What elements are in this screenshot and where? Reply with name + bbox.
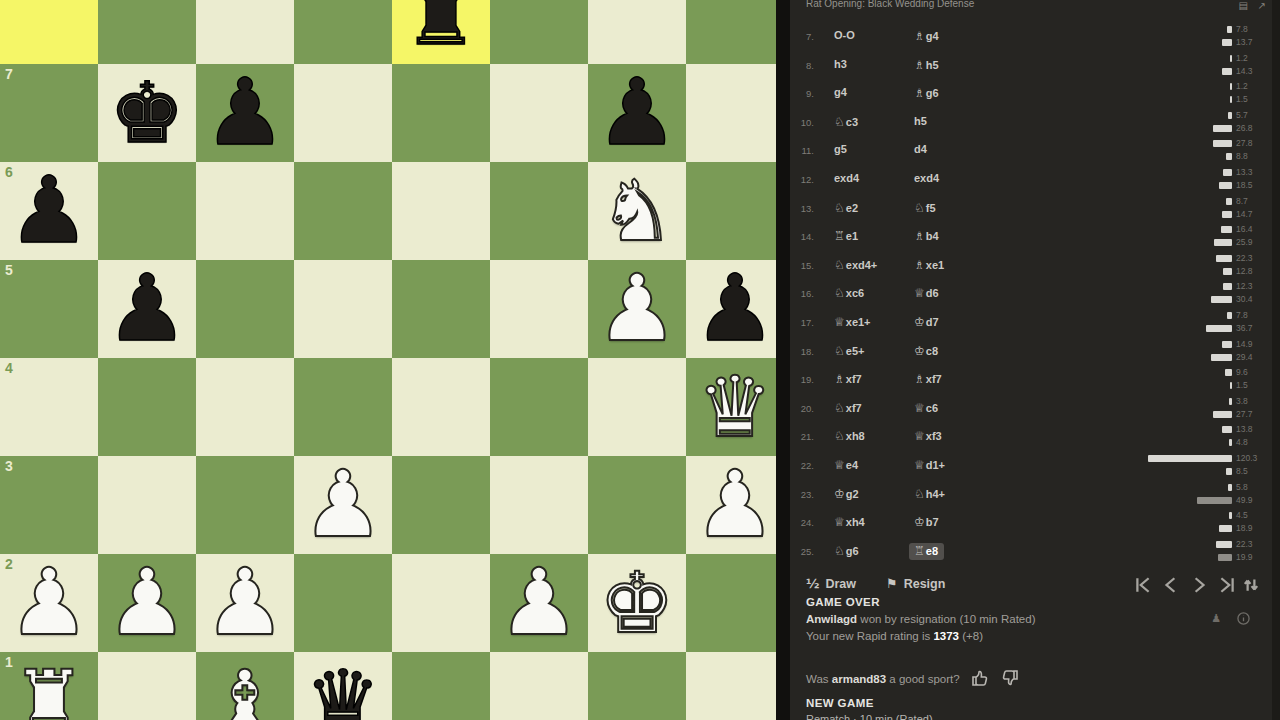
move-number: 24. bbox=[790, 517, 814, 528]
info-icon[interactable] bbox=[1237, 612, 1250, 625]
white-move[interactable]: ♕xe1+ bbox=[834, 315, 871, 329]
white-move[interactable]: ♖e1 bbox=[834, 229, 858, 243]
piece-white-bishop[interactable]: ♝ bbox=[196, 652, 294, 720]
good-sport-question: Was armand83 a good sport? bbox=[806, 673, 960, 685]
figurine-icon: ♕ bbox=[834, 515, 845, 529]
game-over-panel: GAME OVER Anwilagd won by resignation (1… bbox=[806, 596, 1256, 642]
sidebar: Rat Opening: Black Wedding Defense ▤ ↗ 7… bbox=[790, 0, 1280, 720]
square-c3[interactable] bbox=[196, 456, 294, 554]
piece-white-pawn[interactable]: ♟ bbox=[686, 456, 784, 554]
square-d5[interactable] bbox=[294, 260, 392, 358]
square-e3[interactable] bbox=[392, 456, 490, 554]
square-e1[interactable] bbox=[392, 652, 490, 720]
game-result-line: Anwilagd won by resignation (10 min Rate… bbox=[806, 613, 1256, 625]
square-b2[interactable]: ♟ bbox=[98, 554, 196, 652]
black-move[interactable]: ♕xf3 bbox=[914, 429, 942, 443]
figurine-icon: ♗ bbox=[914, 58, 925, 72]
thumbs-up-icon[interactable] bbox=[970, 668, 990, 690]
move-number: 9. bbox=[790, 88, 814, 99]
square-b8[interactable] bbox=[98, 0, 196, 64]
square-b5[interactable]: ♟ bbox=[98, 260, 196, 358]
figurine-icon: ♔ bbox=[914, 315, 925, 329]
black-move[interactable]: ♗h5 bbox=[914, 58, 939, 72]
piece-white-queen[interactable]: ♛ bbox=[686, 358, 784, 456]
move-row-12: 12.exd4exd413.318.5 bbox=[790, 166, 1272, 195]
thumbs-down-icon[interactable] bbox=[1000, 668, 1020, 690]
move-row-10: 10.♘c3h55.726.8 bbox=[790, 109, 1272, 138]
square-d3[interactable]: ♟ bbox=[294, 456, 392, 554]
figurine-icon: ♘ bbox=[834, 429, 845, 443]
square-c8[interactable] bbox=[196, 0, 294, 64]
square-g1[interactable] bbox=[588, 652, 686, 720]
figurine-icon: ♗ bbox=[914, 372, 925, 386]
figurine-icon: ♕ bbox=[914, 458, 925, 472]
move-row-9: 9.g4♗g61.21.5 bbox=[790, 80, 1272, 109]
white-move[interactable]: ♔g2 bbox=[834, 487, 859, 501]
rank-label-5: 5 bbox=[5, 262, 13, 278]
piece-white-pawn[interactable]: ♟ bbox=[490, 554, 588, 652]
move-number: 7. bbox=[790, 31, 814, 42]
move-row-23: 23.♔g2♘h4+5.849.9 bbox=[790, 481, 1272, 510]
resign-flag-icon: ⚑ bbox=[886, 576, 898, 591]
piece-white-king[interactable]: ♚ bbox=[588, 554, 686, 652]
move-number: 15. bbox=[790, 260, 814, 271]
square-a3[interactable]: 3 bbox=[0, 456, 98, 554]
black-move[interactable]: ♗xf7 bbox=[914, 372, 942, 386]
figurine-icon: ♗ bbox=[914, 86, 925, 100]
piece-black-pawn[interactable]: ♟ bbox=[588, 64, 686, 162]
figurine-icon: ♔ bbox=[834, 487, 845, 501]
move-row-14: 14.♖e1♗b416.425.9 bbox=[790, 223, 1272, 252]
figurine-icon: ♘ bbox=[834, 544, 845, 558]
square-e2[interactable] bbox=[392, 554, 490, 652]
black-move[interactable]: ♔b7 bbox=[914, 515, 939, 529]
square-a6[interactable]: 6♟ bbox=[0, 162, 98, 260]
move-number: 10. bbox=[790, 117, 814, 128]
move-number: 19. bbox=[790, 374, 814, 385]
resign-button[interactable]: ⚑Resign bbox=[886, 576, 945, 591]
square-d4[interactable] bbox=[294, 358, 392, 456]
piece-white-pawn[interactable]: ♟ bbox=[588, 260, 686, 358]
black-move[interactable]: ♕d6 bbox=[914, 286, 939, 300]
move-number: 20. bbox=[790, 403, 814, 414]
move-number: 16. bbox=[790, 288, 814, 299]
piece-black-pawn[interactable]: ♟ bbox=[686, 260, 784, 358]
white-move[interactable]: exd4 bbox=[834, 172, 859, 184]
half-point-icon: ½ bbox=[806, 576, 819, 591]
black-move[interactable]: ♔d7 bbox=[914, 315, 939, 329]
square-f7[interactable] bbox=[490, 64, 588, 162]
move-row-11: 11.g5d427.88.8 bbox=[790, 137, 1272, 166]
square-c4[interactable] bbox=[196, 358, 294, 456]
analysis-pawn-icon[interactable]: ♟ bbox=[1211, 612, 1221, 625]
square-d1[interactable]: ♛ bbox=[294, 652, 392, 720]
figurine-icon: ♕ bbox=[914, 401, 925, 415]
black-move[interactable]: d4 bbox=[914, 143, 927, 155]
opponent-name: armand83 bbox=[832, 673, 886, 685]
square-d8[interactable] bbox=[294, 0, 392, 64]
previous-move-button[interactable] bbox=[1162, 576, 1184, 596]
move-number: 14. bbox=[790, 231, 814, 242]
piece-black-pawn[interactable]: ♟ bbox=[0, 162, 98, 260]
white-move[interactable]: O-O bbox=[834, 29, 855, 41]
rating-line: Your new Rapid rating is 1373 (+8) bbox=[806, 630, 1256, 642]
black-move[interactable]: exd4 bbox=[914, 172, 939, 184]
figurine-icon: ♘ bbox=[914, 201, 925, 215]
draw-button[interactable]: ½Draw bbox=[806, 576, 856, 591]
square-b4[interactable] bbox=[98, 358, 196, 456]
figurine-icon: ♔ bbox=[914, 515, 925, 529]
figurine-icon: ♘ bbox=[834, 344, 845, 358]
white-move[interactable]: g5 bbox=[834, 143, 847, 155]
square-b3[interactable] bbox=[98, 456, 196, 554]
move-row-22: 22.♕e4♕d1+120.38.5 bbox=[790, 452, 1272, 481]
scrollbar-track[interactable] bbox=[1272, 0, 1280, 720]
square-c7[interactable]: ♟ bbox=[196, 64, 294, 162]
black-move[interactable]: ♗xe1 bbox=[914, 258, 944, 272]
square-h3[interactable]: ♟ bbox=[686, 456, 784, 554]
move-row-20: 20.♘xf7♕c63.827.7 bbox=[790, 395, 1272, 424]
square-a4[interactable]: 4 bbox=[0, 358, 98, 456]
figurine-icon: ♖ bbox=[834, 229, 845, 243]
move-row-8: 8.h3♗h51.214.3 bbox=[790, 52, 1272, 81]
square-f5[interactable] bbox=[490, 260, 588, 358]
black-move[interactable]: ♖e8 bbox=[914, 544, 944, 558]
square-g3[interactable] bbox=[588, 456, 686, 554]
square-c6[interactable] bbox=[196, 162, 294, 260]
white-move[interactable]: ♕e4 bbox=[834, 458, 858, 472]
white-move[interactable]: ♘exd4+ bbox=[834, 258, 877, 272]
first-move-button[interactable] bbox=[1134, 576, 1156, 596]
square-g4[interactable] bbox=[588, 358, 686, 456]
move-row-24: 24.♕xh4♔b74.518.9 bbox=[790, 509, 1272, 538]
board-panel-divider bbox=[776, 0, 790, 720]
white-move[interactable]: g4 bbox=[834, 86, 847, 98]
piece-white-knight[interactable]: ♞ bbox=[588, 162, 686, 260]
move-number: 23. bbox=[790, 489, 814, 500]
black-move[interactable]: ♘h4+ bbox=[914, 487, 945, 501]
piece-white-pawn[interactable]: ♟ bbox=[294, 456, 392, 554]
square-e5[interactable] bbox=[392, 260, 490, 358]
last-move-button[interactable] bbox=[1218, 576, 1240, 596]
square-h4[interactable]: ♛ bbox=[686, 358, 784, 456]
move-row-16: 16.♘xc6♕d612.330.4 bbox=[790, 280, 1272, 309]
figurine-icon: ♘ bbox=[834, 401, 845, 415]
move-row-18: 18.♘e5+♔c814.929.4 bbox=[790, 338, 1272, 367]
figurine-icon: ♕ bbox=[834, 315, 845, 329]
square-e8[interactable]: ♜ bbox=[392, 0, 490, 64]
chess-board[interactable]: 8♜7♚♟♟6♟♞5♟♟♟4♛3♟♟2♟♟♟♟♚1♜♝♛ bbox=[0, 0, 784, 720]
board-area: 8♜7♚♟♟6♟♞5♟♟♟4♛3♟♟2♟♟♟♟♚1♜♝♛ bbox=[0, 0, 784, 720]
white-move[interactable]: ♘g6 bbox=[834, 544, 859, 558]
square-f1[interactable] bbox=[490, 652, 588, 720]
move-number: 12. bbox=[790, 174, 814, 185]
square-e7[interactable] bbox=[392, 64, 490, 162]
figurine-icon: ♘ bbox=[834, 258, 845, 272]
chess-app: 8♜7♚♟♟6♟♞5♟♟♟4♛3♟♟2♟♟♟♟♚1♜♝♛ Rat Opening… bbox=[0, 0, 1280, 720]
square-f8[interactable] bbox=[490, 0, 588, 64]
winner-name: Anwilagd bbox=[806, 613, 857, 625]
black-move[interactable]: ♕c6 bbox=[914, 401, 938, 415]
square-g2[interactable]: ♚ bbox=[588, 554, 686, 652]
flip-board-icon[interactable] bbox=[1242, 576, 1264, 596]
square-h6[interactable] bbox=[686, 162, 784, 260]
square-d2[interactable] bbox=[294, 554, 392, 652]
move-number: 25. bbox=[790, 546, 814, 557]
figurine-icon: ♕ bbox=[914, 429, 925, 443]
move-number: 8. bbox=[790, 60, 814, 71]
opening-book-icon[interactable]: ▤ bbox=[1239, 0, 1248, 11]
square-c2[interactable]: ♟ bbox=[196, 554, 294, 652]
move-number: 17. bbox=[790, 317, 814, 328]
figurine-icon: ♕ bbox=[914, 286, 925, 300]
white-move[interactable]: ♕xh4 bbox=[834, 515, 865, 529]
figurine-icon: ♗ bbox=[914, 29, 925, 43]
square-c1[interactable]: ♝ bbox=[196, 652, 294, 720]
good-sport-row: Was armand83 a good sport? bbox=[806, 668, 1020, 690]
move-number: 21. bbox=[790, 431, 814, 442]
square-e4[interactable] bbox=[392, 358, 490, 456]
figurine-icon: ♗ bbox=[914, 229, 925, 243]
figurine-icon: ♘ bbox=[834, 286, 845, 300]
opening-name: Rat Opening: Black Wedding Defense bbox=[806, 0, 1246, 12]
new-game-teaser[interactable]: Rematch · 10 min (Rated) bbox=[806, 713, 933, 720]
square-f2[interactable]: ♟ bbox=[490, 554, 588, 652]
next-move-button[interactable] bbox=[1190, 576, 1212, 596]
white-move[interactable]: ♗xf7 bbox=[834, 372, 862, 386]
square-a5[interactable]: 5 bbox=[0, 260, 98, 358]
black-move[interactable]: ♗g6 bbox=[914, 86, 939, 100]
white-move[interactable]: h3 bbox=[834, 58, 847, 70]
move-number: 11. bbox=[790, 145, 814, 156]
piece-black-pawn[interactable]: ♟ bbox=[98, 260, 196, 358]
black-move[interactable]: ♔c8 bbox=[914, 344, 938, 358]
new-rating: 1373 bbox=[933, 630, 959, 642]
piece-black-queen[interactable]: ♛ bbox=[294, 652, 392, 720]
black-move[interactable]: ♗g4 bbox=[914, 29, 939, 43]
popout-icon[interactable]: ↗ bbox=[1258, 0, 1266, 11]
square-g8[interactable] bbox=[588, 0, 686, 64]
square-b1[interactable] bbox=[98, 652, 196, 720]
square-b7[interactable]: ♚ bbox=[98, 64, 196, 162]
white-move[interactable]: ♘xh8 bbox=[834, 429, 865, 443]
figurine-icon: ♘ bbox=[914, 487, 925, 501]
new-game-title: NEW GAME bbox=[806, 697, 874, 709]
rank-label-7: 7 bbox=[5, 66, 13, 82]
black-move[interactable]: ♘f5 bbox=[914, 201, 936, 215]
black-move[interactable]: ♕d1+ bbox=[914, 458, 945, 472]
square-f6[interactable] bbox=[490, 162, 588, 260]
figurine-icon: ♖ bbox=[914, 544, 925, 558]
square-g6[interactable]: ♞ bbox=[588, 162, 686, 260]
move-list: 7.O-O♗g47.813.78.h3♗h51.214.39.g4♗g61.21… bbox=[790, 23, 1272, 566]
move-row-13: 13.♘e2♘f58.714.7 bbox=[790, 195, 1272, 224]
square-a7[interactable]: 7 bbox=[0, 64, 98, 162]
square-e6[interactable] bbox=[392, 162, 490, 260]
figurine-icon: ♕ bbox=[834, 458, 845, 472]
square-b6[interactable] bbox=[98, 162, 196, 260]
square-d7[interactable] bbox=[294, 64, 392, 162]
square-a2[interactable]: 2♟ bbox=[0, 554, 98, 652]
white-move[interactable]: ♘c3 bbox=[834, 115, 858, 129]
white-move[interactable]: ♘e2 bbox=[834, 201, 858, 215]
square-h7[interactable] bbox=[686, 64, 784, 162]
move-number: 18. bbox=[790, 346, 814, 357]
piece-white-rook[interactable]: ♜ bbox=[0, 652, 98, 720]
piece-black-rook[interactable]: ♜ bbox=[392, 0, 490, 64]
piece-white-pawn[interactable]: ♟ bbox=[0, 554, 98, 652]
white-move[interactable]: ♘xc6 bbox=[834, 286, 864, 300]
black-move[interactable]: h5 bbox=[914, 115, 927, 127]
move-row-15: 15.♘exd4+♗xe122.312.8 bbox=[790, 252, 1272, 281]
piece-white-pawn[interactable]: ♟ bbox=[98, 554, 196, 652]
move-row-19: 19.♗xf7♗xf79.61.5 bbox=[790, 366, 1272, 395]
game-over-title: GAME OVER bbox=[806, 596, 1256, 608]
square-a8[interactable]: 8 bbox=[0, 0, 98, 64]
figurine-icon: ♘ bbox=[834, 115, 845, 129]
square-h2[interactable] bbox=[686, 554, 784, 652]
figurine-icon: ♘ bbox=[834, 201, 845, 215]
piece-white-pawn[interactable]: ♟ bbox=[196, 554, 294, 652]
white-move[interactable]: ♘xf7 bbox=[834, 401, 862, 415]
black-move[interactable]: ♗b4 bbox=[914, 229, 939, 243]
move-row-21: 21.♘xh8♕xf313.84.8 bbox=[790, 423, 1272, 452]
figurine-icon: ♗ bbox=[834, 372, 845, 386]
move-row-17: 17.♕xe1+♔d77.836.7 bbox=[790, 309, 1272, 338]
move-number: 13. bbox=[790, 203, 814, 214]
move-number: 22. bbox=[790, 460, 814, 471]
rank-label-4: 4 bbox=[5, 360, 13, 376]
rank-label-3: 3 bbox=[5, 458, 13, 474]
square-d6[interactable] bbox=[294, 162, 392, 260]
figurine-icon: ♔ bbox=[914, 344, 925, 358]
piece-black-pawn[interactable]: ♟ bbox=[196, 64, 294, 162]
piece-black-king[interactable]: ♚ bbox=[98, 64, 196, 162]
square-c5[interactable] bbox=[196, 260, 294, 358]
move-row-25: 25.♘g6♖e822.319.9 bbox=[790, 538, 1272, 567]
square-g7[interactable]: ♟ bbox=[588, 64, 686, 162]
square-f3[interactable] bbox=[490, 456, 588, 554]
square-h8[interactable] bbox=[686, 0, 784, 64]
square-h5[interactable]: ♟ bbox=[686, 260, 784, 358]
square-h1[interactable] bbox=[686, 652, 784, 720]
square-f4[interactable] bbox=[490, 358, 588, 456]
figurine-icon: ♗ bbox=[914, 258, 925, 272]
white-move[interactable]: ♘e5+ bbox=[834, 344, 864, 358]
move-row-7: 7.O-O♗g47.813.7 bbox=[790, 23, 1272, 52]
square-g5[interactable]: ♟ bbox=[588, 260, 686, 358]
square-a1[interactable]: 1♜ bbox=[0, 652, 98, 720]
